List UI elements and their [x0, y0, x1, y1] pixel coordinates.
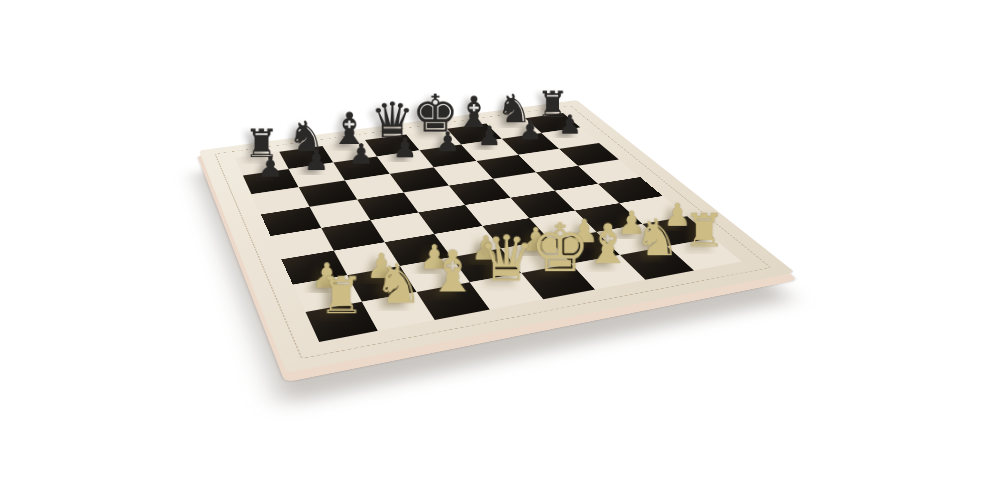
- piece-black-pawn-b7[interactable]: ♟: [293, 146, 339, 174]
- piece-black-pawn-d7[interactable]: ♟: [382, 134, 427, 162]
- piece-black-pawn-e7[interactable]: ♟: [425, 128, 470, 155]
- piece-wood-knight-b1[interactable]: ♞: [369, 256, 427, 311]
- piece-black-pawn-c7[interactable]: ♟: [338, 140, 384, 168]
- piece-wood-knight-g1[interactable]: ♞: [630, 212, 684, 263]
- board-scene: ♜♞♝♛♚♝♞♜♟♟♟♟♟♟♟♟♟♟♟♟♟♟♟♟♜♞♝♛♚♝♞♜: [0, 0, 1000, 500]
- piece-wood-king-e1[interactable]: ♚: [530, 214, 586, 281]
- piece-black-pawn-a7[interactable]: ♟: [247, 153, 294, 182]
- piece-black-pawn-g7[interactable]: ♟: [508, 117, 552, 144]
- piece-wood-queen-d1[interactable]: ♛: [478, 227, 534, 290]
- piece-wood-bishop-c1[interactable]: ♝: [424, 243, 481, 300]
- chess-board: ♜♞♝♛♚♝♞♜♟♟♟♟♟♟♟♟♟♟♟♟♟♟♟♟♜♞♝♛♚♝♞♜: [199, 100, 795, 373]
- product-photo-stage: ♜♞♝♛♚♝♞♜♟♟♟♟♟♟♟♟♟♟♟♟♟♟♟♟♜♞♝♛♚♝♞♜: [0, 0, 1000, 500]
- square-b7[interactable]: ♟: [289, 163, 345, 188]
- piece-wood-rook-h1[interactable]: ♜: [677, 208, 730, 254]
- piece-black-pawn-h7[interactable]: ♟: [548, 112, 591, 138]
- piece-wood-rook-a1[interactable]: ♜: [312, 271, 371, 322]
- piece-black-pawn-f7[interactable]: ♟: [467, 123, 511, 150]
